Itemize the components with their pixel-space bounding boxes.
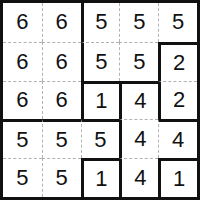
fillomino-board: 6655566552661425554455141	[0, 0, 200, 200]
cell-r5c4[interactable]: 4	[119, 158, 158, 197]
cell-r1c2[interactable]: 6	[42, 3, 81, 42]
cell-r1c1[interactable]: 6	[3, 3, 42, 42]
cell-r1c5[interactable]: 5	[158, 3, 197, 42]
cell-r1c3[interactable]: 5	[81, 3, 120, 42]
cell-r3c1[interactable]: 6	[3, 81, 42, 120]
cell-r2c3[interactable]: 5	[81, 42, 120, 81]
cell-r4c5[interactable]: 4	[158, 119, 197, 158]
cell-r5c3[interactable]: 1	[81, 158, 120, 197]
cell-r4c4[interactable]: 4	[119, 119, 158, 158]
cell-r3c2[interactable]: 6	[42, 81, 81, 120]
cell-r4c2[interactable]: 5	[42, 119, 81, 158]
cell-r1c4[interactable]: 5	[119, 3, 158, 42]
cell-r2c2[interactable]: 6	[42, 42, 81, 81]
cell-r5c5[interactable]: 1	[158, 158, 197, 197]
cell-r3c4[interactable]: 4	[119, 81, 158, 120]
cell-r2c1[interactable]: 6	[3, 42, 42, 81]
cell-r5c2[interactable]: 5	[42, 158, 81, 197]
cell-r3c5[interactable]: 2	[158, 81, 197, 120]
cell-r2c4[interactable]: 5	[119, 42, 158, 81]
cell-r3c3[interactable]: 1	[81, 81, 120, 120]
cell-r4c1[interactable]: 5	[3, 119, 42, 158]
cell-r5c1[interactable]: 5	[3, 158, 42, 197]
cell-r4c3[interactable]: 5	[81, 119, 120, 158]
cell-r2c5[interactable]: 2	[158, 42, 197, 81]
